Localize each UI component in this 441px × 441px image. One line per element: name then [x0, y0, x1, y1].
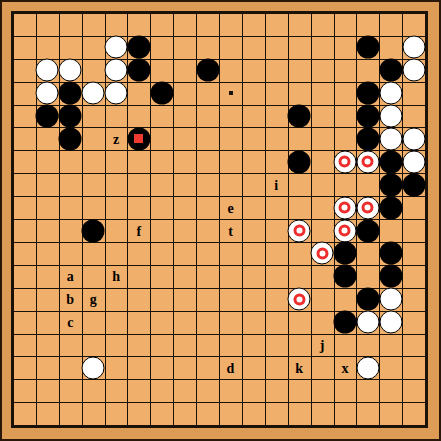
point-d14[interactable] — [82, 128, 105, 151]
point-k9[interactable] — [242, 242, 265, 265]
point-r16[interactable] — [402, 82, 425, 105]
point-h12[interactable] — [173, 173, 196, 196]
point-n6[interactable] — [311, 311, 334, 334]
point-c4[interactable] — [59, 356, 82, 379]
point-b19[interactable] — [36, 13, 59, 36]
point-j11[interactable]: e — [219, 196, 242, 219]
point-c15[interactable] — [59, 105, 82, 128]
point-k2[interactable] — [242, 402, 265, 425]
point-l13[interactable] — [265, 150, 288, 173]
point-f3[interactable] — [128, 379, 151, 402]
point-q8[interactable] — [379, 265, 402, 288]
point-r2[interactable] — [402, 402, 425, 425]
point-r6[interactable] — [402, 311, 425, 334]
point-m13[interactable] — [288, 150, 311, 173]
point-s19[interactable] — [425, 13, 441, 36]
point-k7[interactable] — [242, 288, 265, 311]
point-l5[interactable] — [265, 334, 288, 357]
point-e14[interactable]: z — [105, 128, 128, 151]
point-b14[interactable] — [36, 128, 59, 151]
point-k10[interactable] — [242, 219, 265, 242]
point-i16[interactable] — [196, 82, 219, 105]
point-p8[interactable] — [356, 265, 379, 288]
point-l12[interactable]: i — [265, 173, 288, 196]
point-n9[interactable] — [311, 242, 334, 265]
point-c1[interactable] — [59, 425, 82, 441]
point-l9[interactable] — [265, 242, 288, 265]
point-d2[interactable] — [82, 402, 105, 425]
point-j12[interactable] — [219, 173, 242, 196]
point-r3[interactable] — [402, 379, 425, 402]
point-s6[interactable] — [425, 311, 441, 334]
point-d3[interactable] — [82, 379, 105, 402]
point-a17[interactable] — [13, 59, 36, 82]
point-b5[interactable] — [36, 334, 59, 357]
point-d18[interactable] — [82, 36, 105, 59]
point-k16[interactable] — [242, 82, 265, 105]
point-p14[interactable] — [356, 128, 379, 151]
point-o14[interactable] — [334, 128, 357, 151]
point-g12[interactable] — [150, 173, 173, 196]
point-b16[interactable] — [36, 82, 59, 105]
point-b17[interactable] — [36, 59, 59, 82]
point-g11[interactable] — [150, 196, 173, 219]
point-c9[interactable] — [59, 242, 82, 265]
point-s16[interactable] — [425, 82, 441, 105]
point-j4[interactable]: d — [219, 356, 242, 379]
point-m1[interactable] — [288, 425, 311, 441]
point-p17[interactable] — [356, 59, 379, 82]
point-g8[interactable] — [150, 265, 173, 288]
point-r8[interactable] — [402, 265, 425, 288]
point-i9[interactable] — [196, 242, 219, 265]
point-f15[interactable] — [128, 105, 151, 128]
point-m12[interactable] — [288, 173, 311, 196]
point-l1[interactable] — [265, 425, 288, 441]
point-f19[interactable] — [128, 13, 151, 36]
point-a6[interactable] — [13, 311, 36, 334]
point-j18[interactable] — [219, 36, 242, 59]
point-l8[interactable] — [265, 265, 288, 288]
point-a19[interactable] — [13, 13, 36, 36]
point-g2[interactable] — [150, 402, 173, 425]
point-p19[interactable] — [356, 13, 379, 36]
point-r7[interactable] — [402, 288, 425, 311]
point-g14[interactable] — [150, 128, 173, 151]
point-q13[interactable] — [379, 150, 402, 173]
point-e5[interactable] — [105, 334, 128, 357]
point-q12[interactable] — [379, 173, 402, 196]
point-f4[interactable] — [128, 356, 151, 379]
point-e19[interactable] — [105, 13, 128, 36]
point-q19[interactable] — [379, 13, 402, 36]
point-o11[interactable] — [334, 196, 357, 219]
point-e2[interactable] — [105, 402, 128, 425]
point-i19[interactable] — [196, 13, 219, 36]
point-d7[interactable]: g — [82, 288, 105, 311]
point-k3[interactable] — [242, 379, 265, 402]
point-d5[interactable] — [82, 334, 105, 357]
point-g4[interactable] — [150, 356, 173, 379]
point-h8[interactable] — [173, 265, 196, 288]
point-r14[interactable] — [402, 128, 425, 151]
point-i10[interactable] — [196, 219, 219, 242]
point-r12[interactable] — [402, 173, 425, 196]
point-s3[interactable] — [425, 379, 441, 402]
point-o16[interactable] — [334, 82, 357, 105]
point-b3[interactable] — [36, 379, 59, 402]
point-s13[interactable] — [425, 150, 441, 173]
point-q18[interactable] — [379, 36, 402, 59]
point-s8[interactable] — [425, 265, 441, 288]
point-p1[interactable] — [356, 425, 379, 441]
point-p18[interactable] — [356, 36, 379, 59]
point-h10[interactable] — [173, 219, 196, 242]
point-b13[interactable] — [36, 150, 59, 173]
point-c12[interactable] — [59, 173, 82, 196]
point-j17[interactable] — [219, 59, 242, 82]
point-n12[interactable] — [311, 173, 334, 196]
point-i8[interactable] — [196, 265, 219, 288]
point-j3[interactable] — [219, 379, 242, 402]
point-a10[interactable] — [13, 219, 36, 242]
point-o9[interactable] — [334, 242, 357, 265]
point-b9[interactable] — [36, 242, 59, 265]
point-d8[interactable] — [82, 265, 105, 288]
point-g13[interactable] — [150, 150, 173, 173]
point-j19[interactable] — [219, 13, 242, 36]
point-a8[interactable] — [13, 265, 36, 288]
point-j6[interactable] — [219, 311, 242, 334]
point-p7[interactable] — [356, 288, 379, 311]
point-q6[interactable] — [379, 311, 402, 334]
point-o17[interactable] — [334, 59, 357, 82]
point-k8[interactable] — [242, 265, 265, 288]
point-d19[interactable] — [82, 13, 105, 36]
point-k18[interactable] — [242, 36, 265, 59]
point-m17[interactable] — [288, 59, 311, 82]
point-l19[interactable] — [265, 13, 288, 36]
point-p13[interactable] — [356, 150, 379, 173]
point-f14[interactable] — [128, 128, 151, 151]
point-c5[interactable] — [59, 334, 82, 357]
point-l10[interactable] — [265, 219, 288, 242]
point-g18[interactable] — [150, 36, 173, 59]
point-c8[interactable]: a — [59, 265, 82, 288]
point-k6[interactable] — [242, 311, 265, 334]
point-f9[interactable] — [128, 242, 151, 265]
point-b4[interactable] — [36, 356, 59, 379]
point-i1[interactable] — [196, 425, 219, 441]
point-n8[interactable] — [311, 265, 334, 288]
point-d1[interactable] — [82, 425, 105, 441]
point-p4[interactable] — [356, 356, 379, 379]
point-e13[interactable] — [105, 150, 128, 173]
point-b8[interactable] — [36, 265, 59, 288]
point-c17[interactable] — [59, 59, 82, 82]
point-a12[interactable] — [13, 173, 36, 196]
point-g9[interactable] — [150, 242, 173, 265]
point-f5[interactable] — [128, 334, 151, 357]
point-b15[interactable] — [36, 105, 59, 128]
point-j10[interactable]: t — [219, 219, 242, 242]
point-o7[interactable] — [334, 288, 357, 311]
point-s4[interactable] — [425, 356, 441, 379]
point-l17[interactable] — [265, 59, 288, 82]
point-n2[interactable] — [311, 402, 334, 425]
point-o13[interactable] — [334, 150, 357, 173]
point-q9[interactable] — [379, 242, 402, 265]
point-a5[interactable] — [13, 334, 36, 357]
point-q2[interactable] — [379, 402, 402, 425]
point-d6[interactable] — [82, 311, 105, 334]
point-g3[interactable] — [150, 379, 173, 402]
point-j15[interactable] — [219, 105, 242, 128]
point-m11[interactable] — [288, 196, 311, 219]
point-c3[interactable] — [59, 379, 82, 402]
point-a4[interactable] — [13, 356, 36, 379]
point-k1[interactable] — [242, 425, 265, 441]
point-l3[interactable] — [265, 379, 288, 402]
point-r18[interactable] — [402, 36, 425, 59]
point-i12[interactable] — [196, 173, 219, 196]
point-h2[interactable] — [173, 402, 196, 425]
point-n5[interactable]: j — [311, 334, 334, 357]
point-s2[interactable] — [425, 402, 441, 425]
point-h11[interactable] — [173, 196, 196, 219]
point-d13[interactable] — [82, 150, 105, 173]
point-n7[interactable] — [311, 288, 334, 311]
point-i11[interactable] — [196, 196, 219, 219]
point-g16[interactable] — [150, 82, 173, 105]
point-h14[interactable] — [173, 128, 196, 151]
point-a11[interactable] — [13, 196, 36, 219]
point-e9[interactable] — [105, 242, 128, 265]
point-r19[interactable] — [402, 13, 425, 36]
point-b18[interactable] — [36, 36, 59, 59]
point-i6[interactable] — [196, 311, 219, 334]
point-j8[interactable] — [219, 265, 242, 288]
point-e6[interactable] — [105, 311, 128, 334]
point-g17[interactable] — [150, 59, 173, 82]
point-k14[interactable] — [242, 128, 265, 151]
point-n14[interactable] — [311, 128, 334, 151]
point-j16[interactable] — [219, 82, 242, 105]
point-m4[interactable]: k — [288, 356, 311, 379]
point-n18[interactable] — [311, 36, 334, 59]
point-g10[interactable] — [150, 219, 173, 242]
point-g5[interactable] — [150, 334, 173, 357]
point-s11[interactable] — [425, 196, 441, 219]
point-s5[interactable] — [425, 334, 441, 357]
point-h19[interactable] — [173, 13, 196, 36]
point-c11[interactable] — [59, 196, 82, 219]
point-q3[interactable] — [379, 379, 402, 402]
point-i2[interactable] — [196, 402, 219, 425]
point-s14[interactable] — [425, 128, 441, 151]
point-j5[interactable] — [219, 334, 242, 357]
point-a1[interactable] — [13, 425, 36, 441]
point-f13[interactable] — [128, 150, 151, 173]
point-o10[interactable] — [334, 219, 357, 242]
point-l4[interactable] — [265, 356, 288, 379]
point-b2[interactable] — [36, 402, 59, 425]
point-c14[interactable] — [59, 128, 82, 151]
point-c10[interactable] — [59, 219, 82, 242]
point-l7[interactable] — [265, 288, 288, 311]
point-m3[interactable] — [288, 379, 311, 402]
point-s17[interactable] — [425, 59, 441, 82]
point-c16[interactable] — [59, 82, 82, 105]
point-c6[interactable]: c — [59, 311, 82, 334]
point-k19[interactable] — [242, 13, 265, 36]
point-r4[interactable] — [402, 356, 425, 379]
point-r9[interactable] — [402, 242, 425, 265]
point-l6[interactable] — [265, 311, 288, 334]
point-j7[interactable] — [219, 288, 242, 311]
point-m18[interactable] — [288, 36, 311, 59]
point-h13[interactable] — [173, 150, 196, 173]
point-n1[interactable] — [311, 425, 334, 441]
point-d16[interactable] — [82, 82, 105, 105]
point-m5[interactable] — [288, 334, 311, 357]
point-p10[interactable] — [356, 219, 379, 242]
point-i5[interactable] — [196, 334, 219, 357]
point-m2[interactable] — [288, 402, 311, 425]
point-o4[interactable]: x — [334, 356, 357, 379]
point-n10[interactable] — [311, 219, 334, 242]
point-g7[interactable] — [150, 288, 173, 311]
point-r5[interactable] — [402, 334, 425, 357]
point-p12[interactable] — [356, 173, 379, 196]
point-a2[interactable] — [13, 402, 36, 425]
point-r13[interactable] — [402, 150, 425, 173]
point-a13[interactable] — [13, 150, 36, 173]
point-o5[interactable] — [334, 334, 357, 357]
point-e17[interactable] — [105, 59, 128, 82]
point-r15[interactable] — [402, 105, 425, 128]
point-q11[interactable] — [379, 196, 402, 219]
point-g6[interactable] — [150, 311, 173, 334]
point-n17[interactable] — [311, 59, 334, 82]
point-q14[interactable] — [379, 128, 402, 151]
point-a9[interactable] — [13, 242, 36, 265]
point-a7[interactable] — [13, 288, 36, 311]
point-a14[interactable] — [13, 128, 36, 151]
point-d12[interactable] — [82, 173, 105, 196]
point-f17[interactable] — [128, 59, 151, 82]
point-a16[interactable] — [13, 82, 36, 105]
point-s9[interactable] — [425, 242, 441, 265]
point-h15[interactable] — [173, 105, 196, 128]
point-n16[interactable] — [311, 82, 334, 105]
point-m7[interactable] — [288, 288, 311, 311]
point-l18[interactable] — [265, 36, 288, 59]
point-j2[interactable] — [219, 402, 242, 425]
point-a18[interactable] — [13, 36, 36, 59]
point-o2[interactable] — [334, 402, 357, 425]
point-i7[interactable] — [196, 288, 219, 311]
point-j9[interactable] — [219, 242, 242, 265]
point-r10[interactable] — [402, 219, 425, 242]
point-f2[interactable] — [128, 402, 151, 425]
point-c18[interactable] — [59, 36, 82, 59]
point-m8[interactable] — [288, 265, 311, 288]
point-s15[interactable] — [425, 105, 441, 128]
point-r11[interactable] — [402, 196, 425, 219]
point-p16[interactable] — [356, 82, 379, 105]
point-b1[interactable] — [36, 425, 59, 441]
point-c13[interactable] — [59, 150, 82, 173]
point-h1[interactable] — [173, 425, 196, 441]
point-b7[interactable] — [36, 288, 59, 311]
point-g15[interactable] — [150, 105, 173, 128]
point-c19[interactable] — [59, 13, 82, 36]
point-o15[interactable] — [334, 105, 357, 128]
point-s12[interactable] — [425, 173, 441, 196]
point-q16[interactable] — [379, 82, 402, 105]
point-d15[interactable] — [82, 105, 105, 128]
point-k11[interactable] — [242, 196, 265, 219]
point-h7[interactable] — [173, 288, 196, 311]
point-i18[interactable] — [196, 36, 219, 59]
point-s7[interactable] — [425, 288, 441, 311]
point-e7[interactable] — [105, 288, 128, 311]
point-p5[interactable] — [356, 334, 379, 357]
point-e18[interactable] — [105, 36, 128, 59]
point-d17[interactable] — [82, 59, 105, 82]
point-b12[interactable] — [36, 173, 59, 196]
point-h6[interactable] — [173, 311, 196, 334]
point-n13[interactable] — [311, 150, 334, 173]
point-h16[interactable] — [173, 82, 196, 105]
point-p2[interactable] — [356, 402, 379, 425]
point-f7[interactable] — [128, 288, 151, 311]
point-d10[interactable] — [82, 219, 105, 242]
point-h3[interactable] — [173, 379, 196, 402]
point-f11[interactable] — [128, 196, 151, 219]
point-f16[interactable] — [128, 82, 151, 105]
point-k13[interactable] — [242, 150, 265, 173]
point-g19[interactable] — [150, 13, 173, 36]
point-s18[interactable] — [425, 36, 441, 59]
point-m19[interactable] — [288, 13, 311, 36]
point-e15[interactable] — [105, 105, 128, 128]
point-e10[interactable] — [105, 219, 128, 242]
point-o8[interactable] — [334, 265, 357, 288]
point-m10[interactable] — [288, 219, 311, 242]
point-e11[interactable] — [105, 196, 128, 219]
point-m16[interactable] — [288, 82, 311, 105]
point-m6[interactable] — [288, 311, 311, 334]
point-l14[interactable] — [265, 128, 288, 151]
point-q1[interactable] — [379, 425, 402, 441]
point-i13[interactable] — [196, 150, 219, 173]
point-q10[interactable] — [379, 219, 402, 242]
point-m9[interactable] — [288, 242, 311, 265]
point-i17[interactable] — [196, 59, 219, 82]
point-i14[interactable] — [196, 128, 219, 151]
point-j14[interactable] — [219, 128, 242, 151]
point-g1[interactable] — [150, 425, 173, 441]
point-q4[interactable] — [379, 356, 402, 379]
point-o12[interactable] — [334, 173, 357, 196]
point-p3[interactable] — [356, 379, 379, 402]
point-o3[interactable] — [334, 379, 357, 402]
point-h9[interactable] — [173, 242, 196, 265]
point-l11[interactable] — [265, 196, 288, 219]
point-b11[interactable] — [36, 196, 59, 219]
